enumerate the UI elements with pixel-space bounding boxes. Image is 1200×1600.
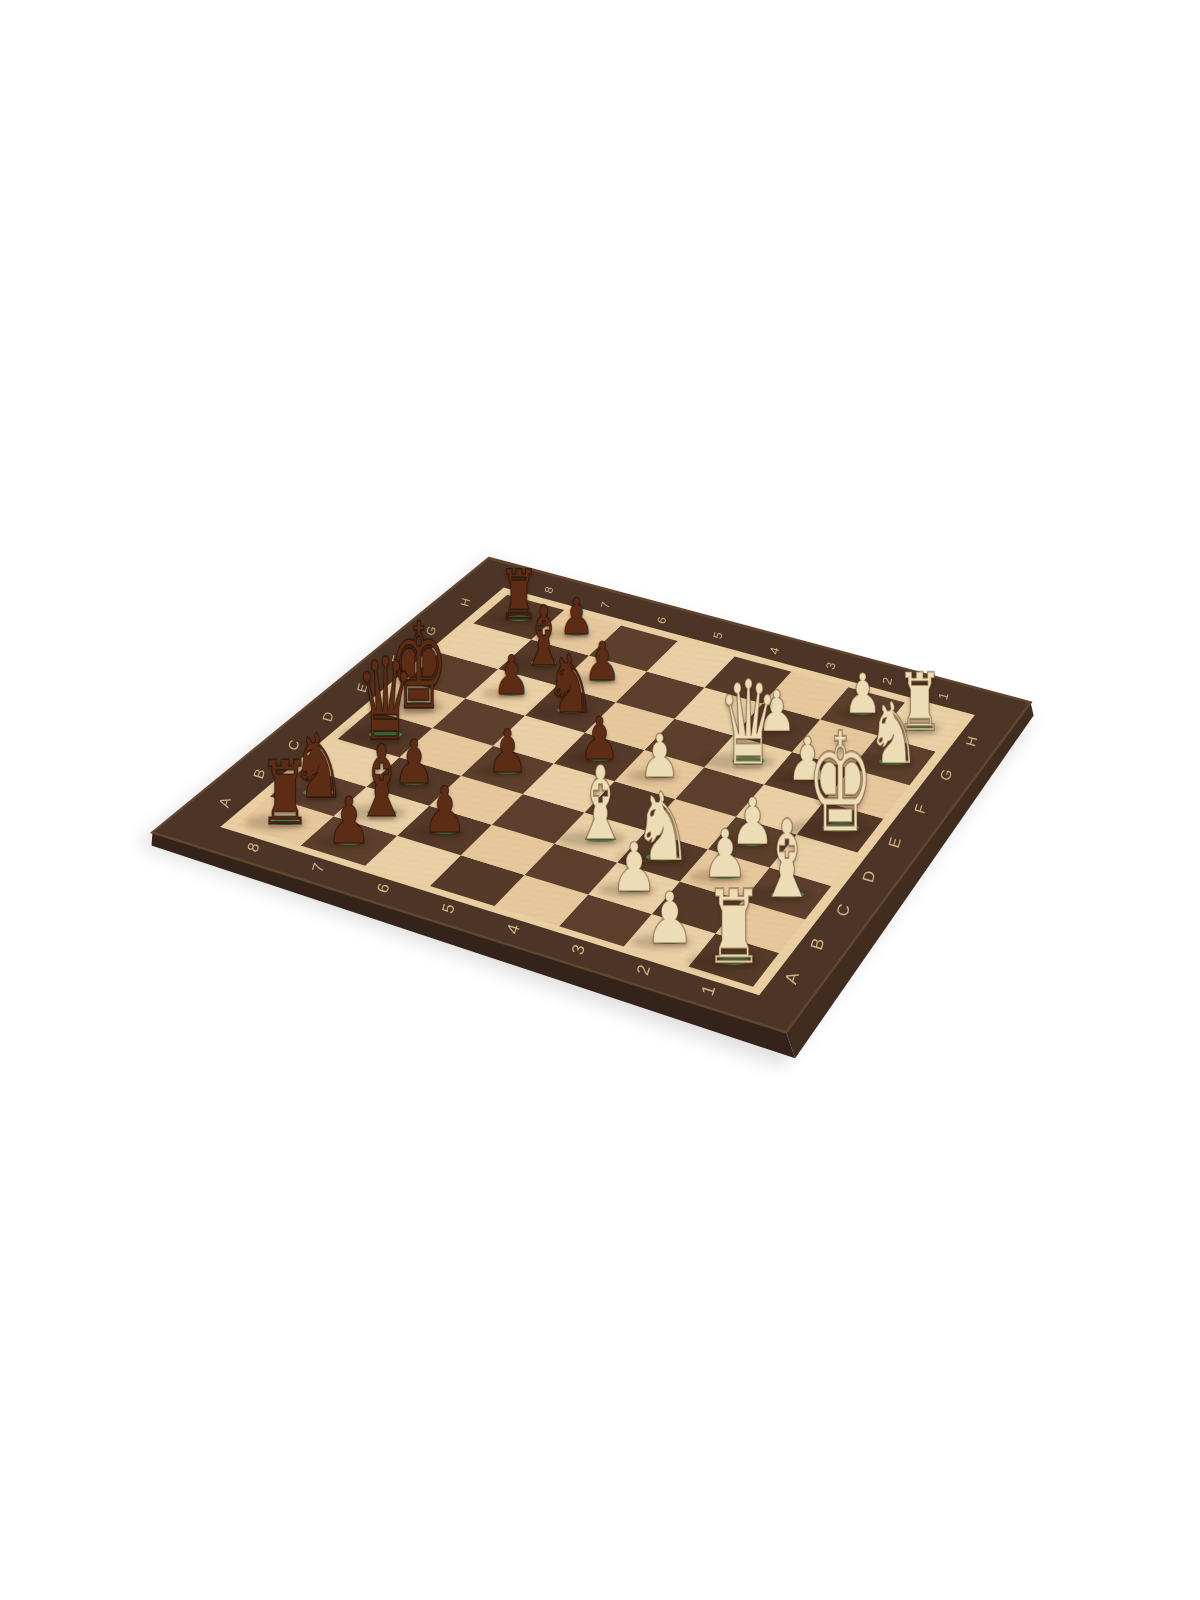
white-knight-icon: ♞ xyxy=(867,692,920,777)
black-pawn-icon: ♟ xyxy=(423,779,467,843)
product-photo-scene: AABBCCDDEEFFGGHH1122334455667788 ♜♟♝♟♟♚♞… xyxy=(0,0,1200,1600)
white-bishop-icon: ♝ xyxy=(758,807,817,915)
black-rook-icon: ♜ xyxy=(259,750,311,839)
white-rook-icon: ♜ xyxy=(704,878,763,980)
black-pawn-icon: ♟ xyxy=(493,649,530,703)
white-queen-icon: ♛ xyxy=(718,666,778,783)
white-pawn-icon: ♟ xyxy=(645,883,694,954)
black-pawn-icon: ♟ xyxy=(327,789,372,854)
black-pawn-icon: ♟ xyxy=(487,722,528,782)
white-king-icon: ♚ xyxy=(807,717,874,855)
